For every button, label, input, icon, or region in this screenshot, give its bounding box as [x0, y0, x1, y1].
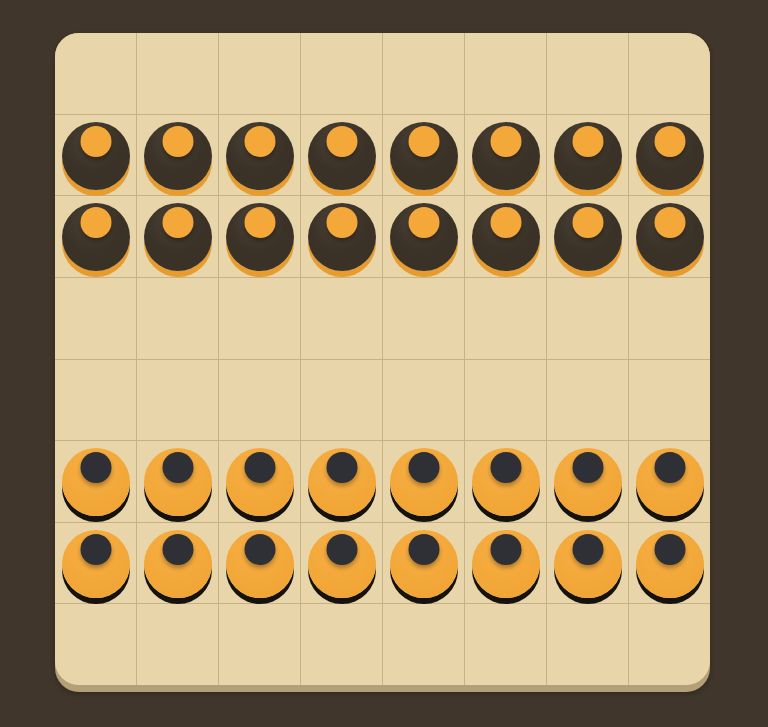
- game-background: [0, 0, 768, 727]
- cell-f8[interactable]: [465, 33, 546, 114]
- cell-g6[interactable]: [547, 196, 628, 277]
- cell-b1[interactable]: [137, 604, 218, 685]
- cell-d4[interactable]: [301, 360, 382, 441]
- piece-dot: [408, 534, 439, 565]
- cell-c5[interactable]: [219, 278, 300, 359]
- dark-piece[interactable]: [144, 203, 212, 271]
- cell-d8[interactable]: [301, 33, 382, 114]
- piece-dot: [80, 126, 111, 157]
- cell-c1[interactable]: [219, 604, 300, 685]
- piece-dot: [654, 207, 685, 238]
- cell-f6[interactable]: [465, 196, 546, 277]
- dark-piece[interactable]: [308, 122, 376, 190]
- cell-b2[interactable]: [137, 523, 218, 604]
- dark-piece[interactable]: [144, 122, 212, 190]
- orange-piece[interactable]: [308, 530, 376, 598]
- orange-piece[interactable]: [62, 448, 130, 516]
- orange-piece[interactable]: [636, 448, 704, 516]
- cell-f5[interactable]: [465, 278, 546, 359]
- cell-e1[interactable]: [383, 604, 464, 685]
- orange-piece[interactable]: [472, 448, 540, 516]
- orange-piece[interactable]: [308, 448, 376, 516]
- cell-d6[interactable]: [301, 196, 382, 277]
- orange-piece[interactable]: [390, 530, 458, 598]
- cell-a8[interactable]: [55, 33, 136, 114]
- cell-d1[interactable]: [301, 604, 382, 685]
- dark-piece[interactable]: [472, 122, 540, 190]
- piece-dot: [572, 534, 603, 565]
- cell-g1[interactable]: [547, 604, 628, 685]
- cell-a7[interactable]: [55, 115, 136, 196]
- cell-g2[interactable]: [547, 523, 628, 604]
- cell-e6[interactable]: [383, 196, 464, 277]
- piece-dot: [244, 126, 275, 157]
- dark-piece[interactable]: [390, 203, 458, 271]
- orange-piece[interactable]: [144, 530, 212, 598]
- cell-e8[interactable]: [383, 33, 464, 114]
- cell-b7[interactable]: [137, 115, 218, 196]
- cell-b6[interactable]: [137, 196, 218, 277]
- dark-piece[interactable]: [226, 203, 294, 271]
- piece-dot: [244, 534, 275, 565]
- piece-dot: [572, 207, 603, 238]
- dark-piece[interactable]: [472, 203, 540, 271]
- cell-f1[interactable]: [465, 604, 546, 685]
- cell-d2[interactable]: [301, 523, 382, 604]
- piece-dot: [572, 452, 603, 483]
- orange-piece[interactable]: [226, 448, 294, 516]
- piece-dot: [162, 534, 193, 565]
- cell-e7[interactable]: [383, 115, 464, 196]
- piece-dot: [654, 452, 685, 483]
- dark-piece[interactable]: [308, 203, 376, 271]
- piece-dot: [490, 126, 521, 157]
- cell-c6[interactable]: [219, 196, 300, 277]
- piece-dot: [654, 534, 685, 565]
- cell-h6[interactable]: [629, 196, 710, 277]
- piece-dot: [572, 126, 603, 157]
- dark-piece[interactable]: [636, 203, 704, 271]
- cell-d7[interactable]: [301, 115, 382, 196]
- cell-h8[interactable]: [629, 33, 710, 114]
- cell-g3[interactable]: [547, 441, 628, 522]
- orange-piece[interactable]: [390, 448, 458, 516]
- cell-d3[interactable]: [301, 441, 382, 522]
- cell-a4[interactable]: [55, 360, 136, 441]
- cell-c7[interactable]: [219, 115, 300, 196]
- cell-g5[interactable]: [547, 278, 628, 359]
- cell-a6[interactable]: [55, 196, 136, 277]
- piece-dot: [326, 534, 357, 565]
- dark-piece[interactable]: [390, 122, 458, 190]
- orange-piece[interactable]: [554, 530, 622, 598]
- cell-g4[interactable]: [547, 360, 628, 441]
- cell-g8[interactable]: [547, 33, 628, 114]
- cell-h5[interactable]: [629, 278, 710, 359]
- piece-dot: [80, 452, 111, 483]
- piece-dot: [80, 534, 111, 565]
- dark-piece[interactable]: [62, 122, 130, 190]
- cell-b4[interactable]: [137, 360, 218, 441]
- cell-f4[interactable]: [465, 360, 546, 441]
- cell-a3[interactable]: [55, 441, 136, 522]
- piece-dot: [490, 452, 521, 483]
- orange-piece[interactable]: [62, 530, 130, 598]
- cell-e4[interactable]: [383, 360, 464, 441]
- orange-piece[interactable]: [636, 530, 704, 598]
- piece-dot: [80, 207, 111, 238]
- piece-dot: [408, 126, 439, 157]
- dark-piece[interactable]: [62, 203, 130, 271]
- piece-dot: [162, 126, 193, 157]
- piece-dot: [490, 534, 521, 565]
- cell-g7[interactable]: [547, 115, 628, 196]
- piece-dot: [408, 452, 439, 483]
- cell-b8[interactable]: [137, 33, 218, 114]
- piece-dot: [326, 207, 357, 238]
- cell-c3[interactable]: [219, 441, 300, 522]
- piece-dot: [244, 452, 275, 483]
- cell-h1[interactable]: [629, 604, 710, 685]
- cell-h7[interactable]: [629, 115, 710, 196]
- cell-c2[interactable]: [219, 523, 300, 604]
- board-frame: [55, 33, 710, 692]
- cell-a5[interactable]: [55, 278, 136, 359]
- cell-e3[interactable]: [383, 441, 464, 522]
- orange-piece[interactable]: [144, 448, 212, 516]
- piece-dot: [326, 452, 357, 483]
- cell-h4[interactable]: [629, 360, 710, 441]
- cell-d5[interactable]: [301, 278, 382, 359]
- dama-board: [55, 33, 710, 685]
- orange-piece[interactable]: [554, 448, 622, 516]
- cell-e5[interactable]: [383, 278, 464, 359]
- cell-f7[interactable]: [465, 115, 546, 196]
- piece-dot: [490, 207, 521, 238]
- piece-dot: [654, 126, 685, 157]
- piece-dot: [326, 126, 357, 157]
- dark-piece[interactable]: [636, 122, 704, 190]
- cell-b5[interactable]: [137, 278, 218, 359]
- cell-e2[interactable]: [383, 523, 464, 604]
- cell-c4[interactable]: [219, 360, 300, 441]
- dark-piece[interactable]: [226, 122, 294, 190]
- cell-a1[interactable]: [55, 604, 136, 685]
- piece-dot: [162, 452, 193, 483]
- cell-h3[interactable]: [629, 441, 710, 522]
- cell-c8[interactable]: [219, 33, 300, 114]
- dark-piece[interactable]: [554, 203, 622, 271]
- cell-f3[interactable]: [465, 441, 546, 522]
- piece-dot: [408, 207, 439, 238]
- orange-piece[interactable]: [226, 530, 294, 598]
- cell-f2[interactable]: [465, 523, 546, 604]
- piece-dot: [244, 207, 275, 238]
- dark-piece[interactable]: [554, 122, 622, 190]
- cell-a2[interactable]: [55, 523, 136, 604]
- cell-h2[interactable]: [629, 523, 710, 604]
- piece-dot: [162, 207, 193, 238]
- orange-piece[interactable]: [472, 530, 540, 598]
- cell-b3[interactable]: [137, 441, 218, 522]
